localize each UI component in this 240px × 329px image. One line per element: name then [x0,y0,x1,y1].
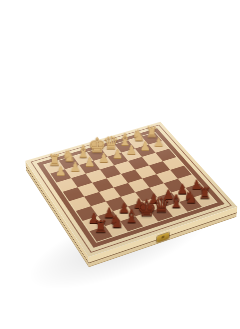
square-b8 [179,197,202,211]
square-h4 [63,187,84,201]
square-h6 [76,206,98,221]
square-e6 [121,192,143,206]
square-g8 [105,221,128,236]
square-d8 [150,207,173,222]
square-e7 [128,202,150,217]
square-b7 [171,188,193,202]
square-f6 [106,197,128,211]
square-h5 [69,197,91,211]
square-g6 [91,201,113,216]
square-e5 [114,183,136,197]
square-c6 [150,183,172,197]
square-a7 [186,183,208,197]
square-c8 [165,202,188,217]
square-h7 [83,216,105,231]
square-a8 [194,193,216,207]
square-f7 [113,206,135,221]
square-g7 [98,211,120,226]
square-d6 [135,188,157,202]
square-c7 [157,192,179,206]
square-g5 [84,192,106,206]
product-photo: ♜♞♝♛♚♝♞♜♟︎♟︎♟︎♟︎♟︎♟︎♟︎♟︎♟︎♟︎♟︎♟︎♟︎♟︎♟︎♟︎… [0,0,240,329]
square-f8 [120,216,143,231]
square-d7 [143,197,165,211]
square-f5 [99,187,121,201]
square-h8 [90,226,113,242]
square-g4 [78,183,99,197]
square-e8 [135,211,158,226]
scene: ♜♞♝♛♚♝♞♜♟︎♟︎♟︎♟︎♟︎♟︎♟︎♟︎♟︎♟︎♟︎♟︎♟︎♟︎♟︎♟︎… [0,0,240,329]
